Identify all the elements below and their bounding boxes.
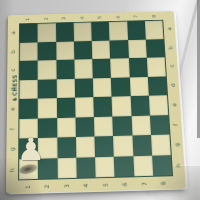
square-h4 bbox=[76, 157, 96, 178]
square-b2 bbox=[38, 42, 56, 61]
coords-right-label: f bbox=[170, 115, 181, 135]
coords-right-label: b bbox=[165, 38, 176, 57]
coords-top-label: 3 bbox=[55, 14, 73, 21]
square-e3 bbox=[56, 98, 75, 118]
square-a3 bbox=[56, 23, 74, 42]
square-d4 bbox=[74, 78, 93, 98]
coords-left-label: g bbox=[7, 139, 17, 160]
square-b5 bbox=[92, 40, 111, 59]
corner-shade-bottom-left bbox=[0, 158, 46, 200]
coords-top-label: 2 bbox=[37, 15, 55, 22]
board-photo-scene: 12345678 12345678 abcdefgh abcdefgh ♞ CH… bbox=[0, 0, 200, 200]
square-g4 bbox=[76, 137, 95, 158]
coords-bottom-label: 3 bbox=[57, 180, 77, 191]
square-a6 bbox=[109, 21, 128, 40]
square-g6 bbox=[113, 136, 133, 157]
square-b7 bbox=[128, 39, 147, 58]
square-g8 bbox=[151, 135, 171, 156]
square-c7 bbox=[128, 58, 147, 77]
square-a1 bbox=[20, 24, 38, 43]
coords-bottom-label: 5 bbox=[96, 179, 116, 190]
square-b1 bbox=[20, 42, 38, 61]
square-h6 bbox=[114, 156, 134, 177]
coords-bottom-label: 4 bbox=[76, 179, 96, 190]
coords-left-label: a bbox=[9, 23, 18, 42]
coords-top-label: 5 bbox=[91, 14, 109, 21]
square-c5 bbox=[92, 59, 111, 78]
square-d3 bbox=[56, 78, 75, 98]
square-b6 bbox=[110, 40, 129, 59]
square-g7 bbox=[132, 135, 152, 156]
square-c6 bbox=[110, 58, 129, 77]
square-h5 bbox=[95, 156, 115, 177]
square-d5 bbox=[93, 77, 112, 97]
square-d7 bbox=[129, 77, 148, 97]
square-a5 bbox=[91, 22, 109, 41]
coords-left-label: e bbox=[8, 99, 18, 119]
square-e8 bbox=[149, 95, 169, 115]
coords-right-label: c bbox=[167, 57, 178, 76]
coords-top-label: 8 bbox=[145, 12, 163, 19]
square-d6 bbox=[111, 77, 130, 97]
photo-right-edge-shadow bbox=[197, 0, 200, 138]
square-e7 bbox=[130, 96, 149, 116]
brand-text: CHESS bbox=[11, 74, 18, 95]
coords-top-label: 4 bbox=[73, 14, 91, 21]
square-a4 bbox=[73, 22, 91, 41]
square-f3 bbox=[57, 117, 76, 137]
square-a8 bbox=[145, 21, 164, 40]
square-c4 bbox=[74, 59, 93, 78]
square-c8 bbox=[147, 57, 166, 76]
corner-shade-bottom-right bbox=[140, 166, 200, 200]
square-f4 bbox=[75, 117, 94, 137]
square-h3 bbox=[57, 157, 76, 178]
square-b8 bbox=[146, 39, 165, 58]
square-b3 bbox=[56, 41, 74, 60]
square-f8 bbox=[150, 115, 170, 135]
square-c3 bbox=[56, 60, 75, 79]
square-e1 bbox=[19, 99, 38, 119]
square-c1 bbox=[20, 60, 38, 79]
square-e4 bbox=[75, 97, 94, 117]
coords-right-label: g bbox=[171, 135, 182, 156]
square-d1 bbox=[19, 79, 37, 99]
coords-left-label: b bbox=[8, 42, 18, 61]
square-e6 bbox=[112, 96, 131, 116]
square-e2 bbox=[38, 98, 57, 118]
coords-top-label: 6 bbox=[109, 13, 127, 20]
square-g3 bbox=[57, 137, 76, 158]
square-f7 bbox=[131, 115, 151, 135]
coords-left-label: f bbox=[8, 119, 18, 139]
square-d2 bbox=[38, 79, 57, 99]
square-c2 bbox=[38, 60, 56, 79]
square-e5 bbox=[93, 97, 112, 117]
coords-right-label: e bbox=[169, 95, 180, 115]
brand-logo: ♞ CHESS bbox=[10, 61, 19, 102]
square-g5 bbox=[94, 136, 114, 157]
coords-top-label: 1 bbox=[19, 15, 37, 22]
square-a7 bbox=[127, 21, 146, 40]
square-d8 bbox=[148, 76, 167, 96]
coords-bottom-label: 6 bbox=[115, 178, 135, 189]
square-b4 bbox=[74, 41, 92, 60]
knight-icon: ♞ bbox=[11, 97, 18, 102]
coords-right-label: d bbox=[168, 76, 179, 96]
square-f5 bbox=[94, 116, 113, 136]
coords-right-label: a bbox=[164, 19, 174, 38]
coords-top-label: 7 bbox=[127, 13, 145, 20]
square-f6 bbox=[112, 116, 132, 136]
square-a2 bbox=[38, 23, 56, 42]
